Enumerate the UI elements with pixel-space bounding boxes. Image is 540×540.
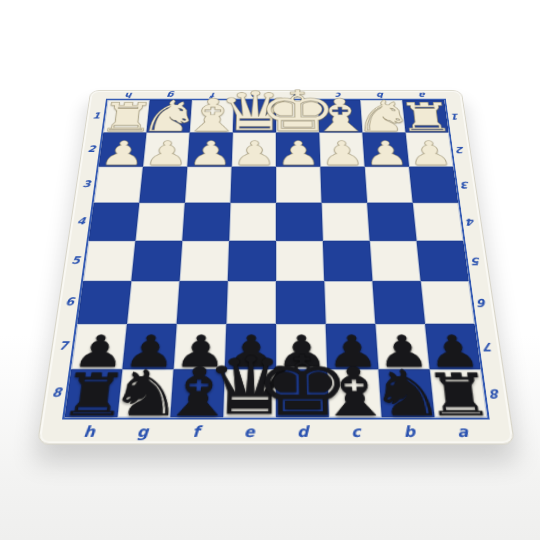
square-e5[interactable] (228, 241, 276, 281)
vinyl-board-mat: hgfedcbahgfedcba1234567812345678 ♜♞♝♛♚♝♞… (37, 90, 515, 445)
square-b6[interactable] (372, 281, 425, 324)
square-h7[interactable] (71, 324, 127, 369)
square-d6[interactable] (276, 281, 326, 324)
square-e4[interactable] (229, 203, 276, 241)
square-b4[interactable] (367, 203, 416, 241)
square-a7[interactable] (425, 324, 481, 369)
square-h8[interactable] (65, 369, 123, 417)
file-label-bottom-a: a (435, 421, 491, 443)
file-label-bottom-h: h (61, 421, 117, 443)
square-g6[interactable] (127, 281, 180, 324)
square-b8[interactable] (378, 369, 434, 417)
file-label-bottom-g: g (115, 421, 170, 443)
square-a8[interactable] (430, 369, 488, 417)
square-e6[interactable] (226, 281, 276, 324)
square-f4[interactable] (182, 203, 230, 241)
square-a4[interactable] (413, 203, 464, 241)
photo-scene: hgfedcbahgfedcba1234567812345678 ♜♞♝♛♚♝♞… (0, 0, 540, 540)
square-b5[interactable] (370, 241, 421, 281)
square-d5[interactable] (276, 241, 324, 281)
square-c7[interactable] (326, 324, 379, 369)
square-d4[interactable] (276, 203, 323, 241)
square-g4[interactable] (135, 203, 184, 241)
square-h6[interactable] (77, 281, 131, 324)
square-g5[interactable] (131, 241, 182, 281)
square-e8[interactable] (223, 369, 276, 417)
square-g8[interactable] (117, 369, 173, 417)
piece-white-rook-a1[interactable]: ♜ (381, 98, 471, 137)
square-c6[interactable] (324, 281, 375, 324)
piece-white-king-d1[interactable]: ♚ (254, 83, 341, 139)
square-f6[interactable] (177, 281, 228, 324)
file-label-bottom-d: d (276, 421, 330, 443)
square-b7[interactable] (375, 324, 429, 369)
file-label-bottom-b: b (382, 421, 437, 443)
square-f8[interactable] (170, 369, 224, 417)
square-d7[interactable] (276, 324, 327, 369)
square-c5[interactable] (323, 241, 373, 281)
square-f5[interactable] (180, 241, 230, 281)
file-label-bottom-f: f (169, 421, 223, 443)
square-a6[interactable] (421, 281, 475, 324)
square-c8[interactable] (327, 369, 381, 417)
piece-white-pawn-a2[interactable]: ♟ (384, 137, 476, 170)
square-f7[interactable] (174, 324, 227, 369)
file-label-bottom-e: e (222, 421, 276, 443)
file-label-bottom-c: c (329, 421, 383, 443)
square-h4[interactable] (89, 203, 140, 241)
square-g7[interactable] (122, 324, 176, 369)
square-a5[interactable] (417, 241, 469, 281)
square-d8[interactable] (276, 369, 329, 417)
rank-label-right-3: 3 (454, 167, 476, 203)
square-h5[interactable] (83, 241, 135, 281)
square-c4[interactable] (322, 203, 370, 241)
square-e7[interactable] (225, 324, 276, 369)
